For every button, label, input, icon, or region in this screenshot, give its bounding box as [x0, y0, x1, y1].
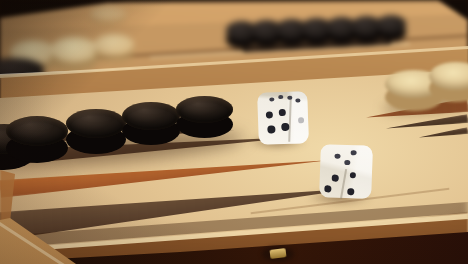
die-pip: [332, 175, 339, 182]
die-pip: [347, 188, 354, 195]
die-pip: [324, 185, 331, 192]
die: [319, 144, 373, 199]
dice-group: [0, 0, 468, 264]
die-pip: [267, 125, 275, 133]
die-pip: [281, 123, 289, 131]
die-pip: [278, 95, 283, 99]
die: [257, 91, 309, 145]
die-pip: [269, 97, 274, 101]
backgammon-board-photo: [0, 0, 468, 264]
die-pip: [351, 150, 357, 155]
die-pip: [295, 98, 300, 102]
die-pip: [287, 96, 292, 100]
